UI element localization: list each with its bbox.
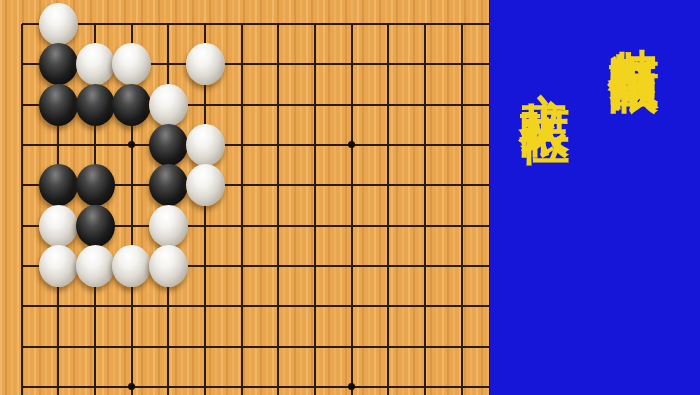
grid-line-vertical bbox=[424, 24, 426, 395]
white-stone bbox=[112, 43, 151, 85]
go-board[interactable] bbox=[0, 0, 489, 395]
white-stone bbox=[149, 84, 188, 126]
caption-column-right: 粘占据眼位做眼 bbox=[605, 8, 663, 29]
grid-line-horizontal bbox=[22, 305, 489, 307]
white-stone bbox=[76, 43, 115, 85]
grid-line-horizontal bbox=[22, 346, 489, 348]
black-stone bbox=[76, 205, 115, 247]
white-stone bbox=[149, 205, 188, 247]
grid-line-vertical bbox=[21, 24, 23, 395]
white-stone bbox=[39, 3, 78, 45]
star-point bbox=[348, 383, 355, 390]
grid-line-vertical bbox=[351, 24, 353, 395]
grid-line-vertical bbox=[314, 24, 316, 395]
black-stone bbox=[76, 84, 115, 126]
grid-line-horizontal bbox=[22, 386, 489, 388]
white-stone bbox=[76, 245, 115, 287]
star-point bbox=[348, 141, 355, 148]
grid-line-vertical bbox=[387, 24, 389, 395]
white-stone bbox=[149, 245, 188, 287]
white-stone bbox=[112, 245, 151, 287]
black-stone bbox=[112, 84, 151, 126]
black-stone bbox=[39, 84, 78, 126]
grid-line-vertical bbox=[461, 24, 463, 395]
black-stone bbox=[149, 164, 188, 206]
grid-line-horizontal bbox=[22, 144, 489, 146]
black-stone bbox=[76, 164, 115, 206]
black-stone bbox=[149, 124, 188, 166]
grid-line-vertical bbox=[241, 24, 243, 395]
caption-column-left: 立扩大眼位 bbox=[516, 52, 574, 82]
white-stone bbox=[39, 205, 78, 247]
grid-line-vertical bbox=[277, 24, 279, 395]
white-stone bbox=[186, 124, 225, 166]
screenshot-root: 粘占据眼位做眼 立扩大眼位 bbox=[0, 0, 700, 395]
black-stone bbox=[39, 164, 78, 206]
black-stone bbox=[39, 43, 78, 85]
white-stone bbox=[186, 43, 225, 85]
grid-line-horizontal bbox=[22, 23, 489, 25]
white-stone bbox=[186, 164, 225, 206]
star-point bbox=[128, 383, 135, 390]
caption-panel: 粘占据眼位做眼 立扩大眼位 bbox=[489, 0, 700, 395]
star-point bbox=[128, 141, 135, 148]
white-stone bbox=[39, 245, 78, 287]
